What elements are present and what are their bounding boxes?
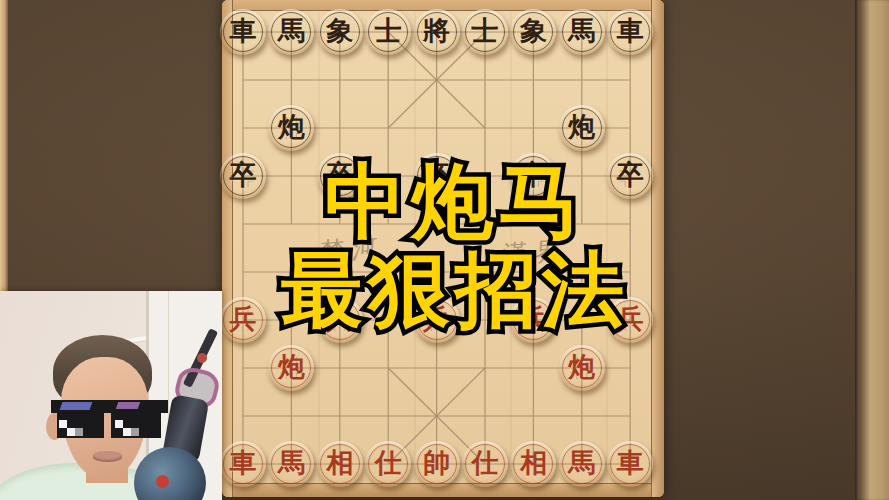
caption-overlay: 中炮马 最狠招法 [255,158,655,334]
piece-black-advisor[interactable]: 士 [365,9,411,55]
piece-glyph: 炮 [278,354,305,381]
piece-glyph: 車 [230,450,257,477]
piece-glyph: 車 [230,18,257,45]
piece-glyph: 士 [375,18,402,45]
piece-black-chariot[interactable]: 車 [220,9,266,55]
piece-glyph: 仕 [375,450,402,477]
piece-glyph: 炮 [568,354,595,381]
piece-glyph: 帥 [423,450,450,477]
piece-glyph: 馬 [278,450,305,477]
piece-glyph: 相 [326,450,353,477]
piece-glyph: 象 [326,18,353,45]
piece-red-cannon[interactable]: 炮 [559,345,605,391]
piece-black-chariot[interactable]: 車 [607,9,653,55]
piece-glyph: 將 [423,18,450,45]
piece-glyph: 馬 [568,450,595,477]
piece-glyph: 車 [617,18,644,45]
piece-black-general[interactable]: 將 [414,9,460,55]
piece-glyph: 炮 [278,114,305,141]
webcam-exposure-wash [0,291,222,500]
piece-glyph: 仕 [472,450,499,477]
piece-red-elephant[interactable]: 相 [317,441,363,487]
piece-black-cannon[interactable]: 炮 [559,105,605,151]
piece-red-advisor[interactable]: 仕 [462,441,508,487]
piece-glyph: 士 [472,18,499,45]
piece-red-chariot[interactable]: 車 [220,441,266,487]
piece-black-advisor[interactable]: 士 [462,9,508,55]
caption-line-2: 最狠招法 [255,246,655,334]
piece-glyph: 馬 [278,18,305,45]
piece-glyph: 卒 [230,162,257,189]
piece-red-general[interactable]: 帥 [414,441,460,487]
piece-black-horse[interactable]: 馬 [559,9,605,55]
piece-black-elephant[interactable]: 象 [317,9,363,55]
piece-red-horse[interactable]: 馬 [559,441,605,487]
background-wood-strip-right [855,0,889,500]
piece-glyph: 馬 [568,18,595,45]
piece-glyph: 相 [520,450,547,477]
piece-glyph: 炮 [568,114,595,141]
video-frame: 楚河 漢界 車馬象士將士象馬車炮炮卒卒卒卒卒兵兵兵兵兵炮炮車馬相仕帥仕相馬車 中… [0,0,889,500]
background-wood-strip-left [0,0,8,291]
piece-red-advisor[interactable]: 仕 [365,441,411,487]
piece-glyph: 兵 [230,306,257,333]
piece-glyph: 車 [617,450,644,477]
piece-red-chariot[interactable]: 車 [607,441,653,487]
piece-glyph: 象 [520,18,547,45]
caption-line-1: 中炮马 [255,158,655,246]
webcam-overlay [0,291,222,500]
